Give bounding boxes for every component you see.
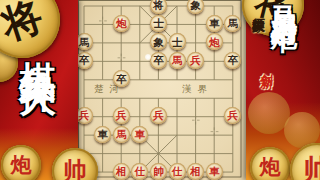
video-thumbnail: 楚河 漢界 将象炮士車馬馬象士炮卒卒馬兵卒卒兵兵兵兵車馬車相仕帥仕相車 将 大神… [0,0,320,180]
piece-black-士: 士 [169,33,186,50]
highlight-dot [145,54,151,60]
seal-char: 将 [251,0,295,31]
river-label-right: 漢界 [182,83,213,96]
piece-red-仕: 仕 [131,163,148,180]
piece-black-卒: 卒 [76,52,93,69]
piece-red-炮: 炮 [113,15,130,32]
piece-black-象: 象 [187,0,204,14]
piece-red-車: 車 [131,126,148,143]
photo-piece-cannon-right: 炮 [250,147,290,180]
piece-red-馬: 馬 [169,52,186,69]
piece-black-士: 士 [150,15,167,32]
piece-black-卒: 卒 [113,70,130,87]
piece-black-車: 車 [94,126,111,143]
piece-red-兵: 兵 [76,107,93,124]
piece-red-炮: 炮 [206,33,223,50]
piece-red-兵: 兵 [187,52,204,69]
piece-black-将: 将 [150,0,167,14]
piece-red-相: 相 [187,163,204,180]
piece-red-仕: 仕 [169,163,186,180]
piece-black-馬: 馬 [76,33,93,50]
piece-red-車: 車 [206,163,223,180]
piece-red-帥: 帥 [150,163,167,180]
piece-red-相: 相 [113,163,130,180]
piece-red-兵: 兵 [113,107,130,124]
piece-red-馬: 馬 [113,126,130,143]
piece-black-車: 車 [206,15,223,32]
piece-black-卒: 卒 [150,52,167,69]
photo-piece-cannon-left: 炮 [1,145,41,180]
seal-char: 将 [0,0,50,52]
piece-red-兵: 兵 [150,107,167,124]
xiangqi-board: 楚河 漢界 将象炮士車馬馬象士炮卒卒馬兵卒卒兵兵兵兵車馬車相仕帥仕相車 [77,0,246,180]
